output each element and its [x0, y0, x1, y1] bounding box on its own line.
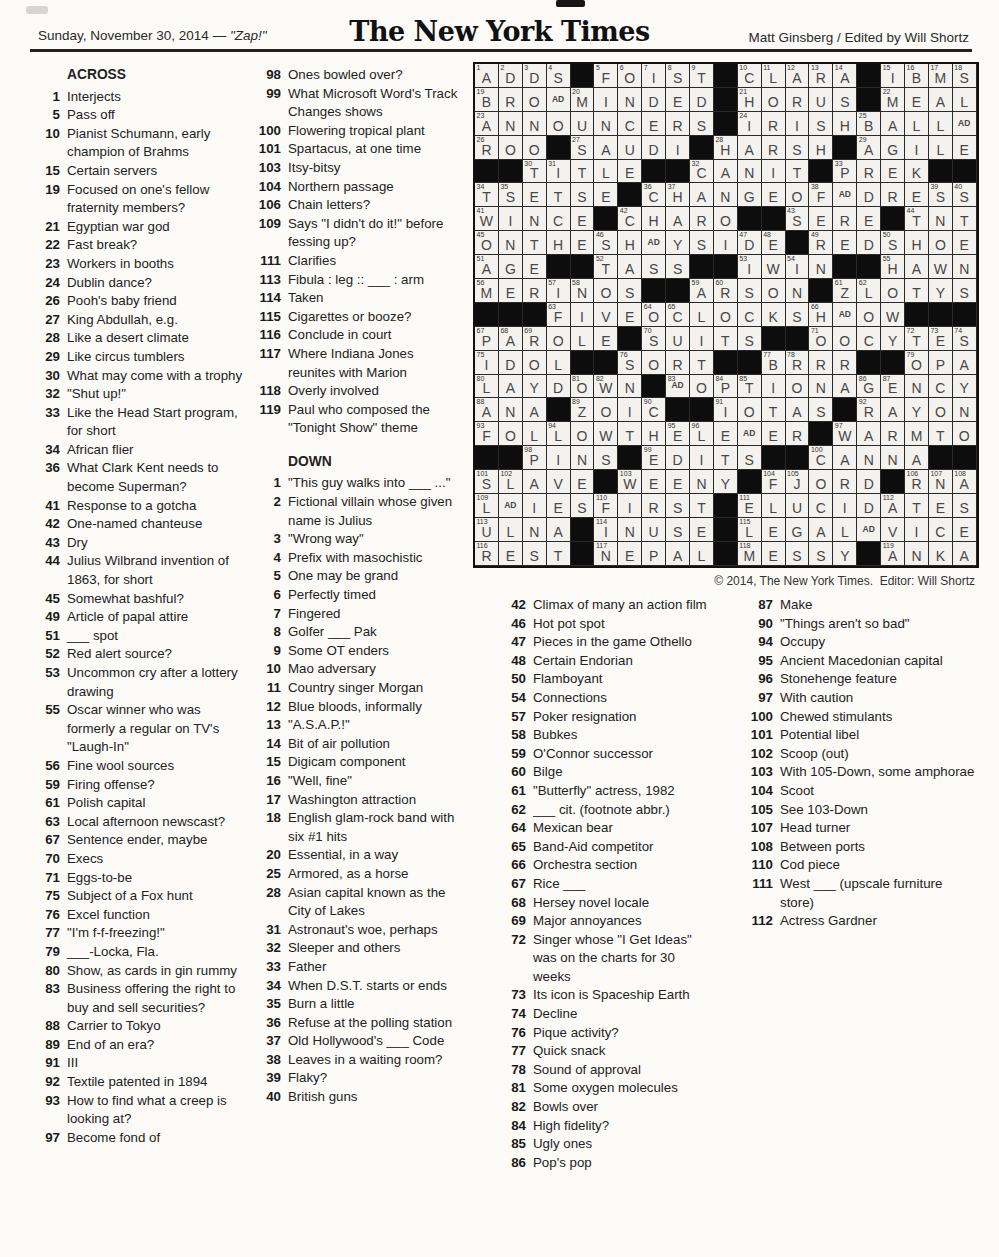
- grid-cell[interactable]: H: [642, 207, 666, 231]
- grid-cell[interactable]: I: [786, 112, 810, 136]
- grid-cell[interactable]: I: [523, 494, 547, 518]
- grid-cell[interactable]: N: [738, 160, 762, 184]
- grid-cell[interactable]: AD: [857, 518, 881, 542]
- grid-cell[interactable]: 110F: [594, 494, 618, 518]
- grid-cell[interactable]: K: [929, 542, 953, 566]
- grid-cell[interactable]: W: [594, 422, 618, 446]
- grid-cell[interactable]: 7I: [642, 64, 666, 88]
- grid-cell[interactable]: 9T: [690, 64, 714, 88]
- grid-cell[interactable]: 99E: [642, 446, 666, 470]
- grid-cell[interactable]: S: [690, 231, 714, 255]
- grid-cell[interactable]: A: [857, 422, 881, 446]
- grid-cell[interactable]: 107N: [929, 470, 953, 494]
- grid-cell[interactable]: E: [762, 518, 786, 542]
- grid-cell[interactable]: 56M: [475, 279, 499, 303]
- grid-cell[interactable]: 21H: [738, 88, 762, 112]
- grid-cell[interactable]: E: [618, 303, 642, 327]
- grid-cell[interactable]: L: [929, 136, 953, 160]
- grid-cell[interactable]: T: [953, 207, 977, 231]
- grid-cell[interactable]: P: [929, 351, 953, 375]
- grid-cell[interactable]: E: [523, 183, 547, 207]
- grid-cell[interactable]: A: [953, 542, 977, 566]
- grid-cell[interactable]: 58N: [571, 279, 595, 303]
- grid-cell[interactable]: I: [762, 375, 786, 399]
- grid-cell[interactable]: S: [738, 279, 762, 303]
- grid-cell[interactable]: Y: [714, 470, 738, 494]
- grid-cell[interactable]: N: [786, 279, 810, 303]
- grid-cell[interactable]: M: [905, 422, 929, 446]
- grid-cell[interactable]: 20M: [571, 88, 595, 112]
- grid-cell[interactable]: 8S: [666, 64, 690, 88]
- grid-cell[interactable]: H: [833, 112, 857, 136]
- grid-cell[interactable]: E: [594, 183, 618, 207]
- grid-cell[interactable]: C: [547, 207, 571, 231]
- grid-cell[interactable]: A: [714, 160, 738, 184]
- grid-cell[interactable]: AD: [833, 183, 857, 207]
- grid-cell[interactable]: 84P: [714, 375, 738, 399]
- grid-cell[interactable]: R: [762, 136, 786, 160]
- grid-cell[interactable]: 53I: [738, 255, 762, 279]
- grid-cell[interactable]: O: [929, 231, 953, 255]
- grid-cell[interactable]: A: [690, 183, 714, 207]
- grid-cell[interactable]: N: [690, 470, 714, 494]
- grid-cell[interactable]: 44T: [905, 207, 929, 231]
- grid-cell[interactable]: N: [499, 112, 523, 136]
- grid-cell[interactable]: 106R: [905, 470, 929, 494]
- grid-cell[interactable]: 103W: [618, 470, 642, 494]
- grid-cell[interactable]: 17M: [929, 64, 953, 88]
- grid-cell[interactable]: Y: [881, 327, 905, 351]
- grid-cell[interactable]: 117N: [594, 542, 618, 566]
- grid-cell[interactable]: G: [881, 136, 905, 160]
- grid-cell[interactable]: I: [905, 136, 929, 160]
- grid-cell[interactable]: H: [809, 136, 833, 160]
- grid-cell[interactable]: N: [905, 375, 929, 399]
- grid-cell[interactable]: T: [547, 542, 571, 566]
- grid-cell[interactable]: E: [929, 494, 953, 518]
- grid-cell[interactable]: O: [523, 136, 547, 160]
- grid-cell[interactable]: D: [857, 231, 881, 255]
- grid-cell[interactable]: 59A: [690, 279, 714, 303]
- grid-cell[interactable]: N: [809, 375, 833, 399]
- grid-cell[interactable]: 41W: [475, 207, 499, 231]
- grid-cell[interactable]: 88A: [475, 398, 499, 422]
- grid-cell[interactable]: Y: [929, 279, 953, 303]
- grid-cell[interactable]: I: [905, 518, 929, 542]
- grid-cell[interactable]: I: [618, 494, 642, 518]
- grid-cell[interactable]: R: [857, 160, 881, 184]
- grid-cell[interactable]: 14A: [833, 64, 857, 88]
- grid-cell[interactable]: G: [499, 255, 523, 279]
- grid-cell[interactable]: N: [523, 207, 547, 231]
- grid-cell[interactable]: 26R: [475, 136, 499, 160]
- grid-cell[interactable]: S: [786, 542, 810, 566]
- grid-cell[interactable]: S: [833, 88, 857, 112]
- grid-cell[interactable]: T: [523, 231, 547, 255]
- grid-cell[interactable]: AD: [738, 422, 762, 446]
- grid-cell[interactable]: 64O: [642, 303, 666, 327]
- grid-cell[interactable]: S: [571, 183, 595, 207]
- grid-cell[interactable]: S: [690, 112, 714, 136]
- grid-cell[interactable]: D: [690, 88, 714, 112]
- grid-cell[interactable]: L: [690, 542, 714, 566]
- grid-cell[interactable]: 54I: [786, 255, 810, 279]
- grid-cell[interactable]: U: [571, 112, 595, 136]
- grid-cell[interactable]: I: [690, 327, 714, 351]
- grid-cell[interactable]: 55H: [881, 255, 905, 279]
- grid-cell[interactable]: I: [714, 231, 738, 255]
- grid-cell[interactable]: O: [929, 398, 953, 422]
- grid-cell[interactable]: E: [905, 88, 929, 112]
- grid-cell[interactable]: I: [833, 494, 857, 518]
- grid-cell[interactable]: N: [618, 518, 642, 542]
- grid-cell[interactable]: 62L: [857, 279, 881, 303]
- grid-cell[interactable]: T: [714, 327, 738, 351]
- grid-cell[interactable]: A: [833, 446, 857, 470]
- grid-cell[interactable]: I: [571, 303, 595, 327]
- grid-cell[interactable]: T: [905, 279, 929, 303]
- grid-cell[interactable]: 52T: [594, 255, 618, 279]
- grid-cell[interactable]: S: [738, 327, 762, 351]
- grid-cell[interactable]: 47D: [738, 231, 762, 255]
- grid-cell[interactable]: E: [571, 231, 595, 255]
- grid-cell[interactable]: O: [833, 327, 857, 351]
- grid-cell[interactable]: T: [786, 160, 810, 184]
- grid-cell[interactable]: D: [666, 446, 690, 470]
- grid-cell[interactable]: A: [499, 375, 523, 399]
- grid-cell[interactable]: C: [618, 112, 642, 136]
- grid-cell[interactable]: L: [953, 88, 977, 112]
- grid-cell[interactable]: A: [881, 398, 905, 422]
- grid-cell[interactable]: AD: [833, 303, 857, 327]
- grid-cell[interactable]: 6O: [618, 64, 642, 88]
- grid-cell[interactable]: H: [618, 231, 642, 255]
- grid-cell[interactable]: 78R: [786, 351, 810, 375]
- grid-cell[interactable]: 66H: [809, 303, 833, 327]
- grid-cell[interactable]: E: [953, 231, 977, 255]
- grid-cell[interactable]: K: [905, 160, 929, 184]
- grid-cell[interactable]: 51A: [475, 255, 499, 279]
- grid-cell[interactable]: V: [594, 303, 618, 327]
- grid-cell[interactable]: I: [594, 88, 618, 112]
- grid-cell[interactable]: S: [571, 494, 595, 518]
- grid-cell[interactable]: S: [809, 542, 833, 566]
- grid-cell[interactable]: 1A: [475, 64, 499, 88]
- grid-cell[interactable]: 73E: [929, 327, 953, 351]
- grid-cell[interactable]: S: [618, 279, 642, 303]
- grid-cell[interactable]: O: [714, 303, 738, 327]
- grid-cell[interactable]: S: [809, 398, 833, 422]
- grid-cell[interactable]: 28H: [714, 136, 738, 160]
- grid-cell[interactable]: A: [905, 446, 929, 470]
- grid-cell[interactable]: L: [929, 112, 953, 136]
- grid-cell[interactable]: 91I: [714, 398, 738, 422]
- grid-cell[interactable]: 57I: [547, 279, 571, 303]
- grid-cell[interactable]: 100C: [809, 446, 833, 470]
- grid-cell[interactable]: O: [594, 398, 618, 422]
- grid-cell[interactable]: T: [762, 398, 786, 422]
- grid-cell[interactable]: 72T: [905, 327, 929, 351]
- grid-cell[interactable]: O: [714, 207, 738, 231]
- grid-cell[interactable]: AD: [642, 231, 666, 255]
- grid-cell[interactable]: A: [833, 375, 857, 399]
- grid-cell[interactable]: N: [618, 88, 642, 112]
- grid-cell[interactable]: V: [547, 470, 571, 494]
- grid-cell[interactable]: 111E: [738, 494, 762, 518]
- grid-cell[interactable]: R: [881, 183, 905, 207]
- grid-cell[interactable]: S: [666, 255, 690, 279]
- grid-cell[interactable]: H: [642, 422, 666, 446]
- grid-cell[interactable]: T: [618, 422, 642, 446]
- grid-cell[interactable]: P: [642, 542, 666, 566]
- grid-cell[interactable]: E: [594, 327, 618, 351]
- grid-cell[interactable]: Y: [953, 375, 977, 399]
- grid-cell[interactable]: W: [929, 255, 953, 279]
- grid-cell[interactable]: 60R: [714, 279, 738, 303]
- grid-cell[interactable]: C: [929, 518, 953, 542]
- grid-cell[interactable]: N: [523, 112, 547, 136]
- grid-cell[interactable]: 43S: [786, 207, 810, 231]
- grid-cell[interactable]: S: [786, 303, 810, 327]
- grid-cell[interactable]: 68A: [499, 327, 523, 351]
- grid-cell[interactable]: R: [762, 112, 786, 136]
- grid-cell[interactable]: 116R: [475, 542, 499, 566]
- grid-cell[interactable]: L: [499, 518, 523, 542]
- grid-cell[interactable]: 46S: [594, 231, 618, 255]
- grid-cell[interactable]: 93F: [475, 422, 499, 446]
- grid-cell[interactable]: C: [809, 494, 833, 518]
- grid-cell[interactable]: 12A: [786, 64, 810, 88]
- grid-cell[interactable]: E: [571, 470, 595, 494]
- grid-cell[interactable]: E: [571, 207, 595, 231]
- grid-cell[interactable]: E: [762, 183, 786, 207]
- grid-cell[interactable]: 4S: [547, 64, 571, 88]
- grid-cell[interactable]: 90C: [642, 398, 666, 422]
- grid-cell[interactable]: N: [594, 112, 618, 136]
- grid-cell[interactable]: O: [738, 398, 762, 422]
- grid-cell[interactable]: 87E: [881, 375, 905, 399]
- grid-cell[interactable]: R: [523, 279, 547, 303]
- grid-cell[interactable]: E: [762, 542, 786, 566]
- grid-cell[interactable]: K: [762, 303, 786, 327]
- grid-cell[interactable]: N: [523, 518, 547, 542]
- grid-cell[interactable]: E: [833, 231, 857, 255]
- grid-cell[interactable]: 31I: [547, 160, 571, 184]
- grid-cell[interactable]: A: [523, 470, 547, 494]
- grid-cell[interactable]: 82W: [594, 375, 618, 399]
- grid-cell[interactable]: A: [666, 207, 690, 231]
- grid-cell[interactable]: U: [666, 327, 690, 351]
- grid-cell[interactable]: 94L: [547, 422, 571, 446]
- grid-cell[interactable]: L: [523, 422, 547, 446]
- grid-cell[interactable]: 71O: [809, 327, 833, 351]
- grid-cell[interactable]: 42C: [618, 207, 642, 231]
- grid-cell[interactable]: E: [523, 255, 547, 279]
- grid-cell[interactable]: O: [857, 303, 881, 327]
- grid-cell[interactable]: 48E: [762, 231, 786, 255]
- grid-cell[interactable]: S: [738, 446, 762, 470]
- grid-cell[interactable]: O: [762, 88, 786, 112]
- grid-cell[interactable]: E: [762, 422, 786, 446]
- grid-cell[interactable]: S: [523, 542, 547, 566]
- grid-cell[interactable]: U: [809, 88, 833, 112]
- grid-cell[interactable]: 22M: [881, 88, 905, 112]
- grid-cell[interactable]: 96L: [690, 422, 714, 446]
- grid-cell[interactable]: E: [499, 279, 523, 303]
- grid-cell[interactable]: T: [690, 494, 714, 518]
- grid-cell[interactable]: E: [905, 183, 929, 207]
- grid-cell[interactable]: I: [547, 446, 571, 470]
- grid-cell[interactable]: O: [523, 88, 547, 112]
- grid-cell[interactable]: E: [642, 112, 666, 136]
- grid-cell[interactable]: R: [666, 112, 690, 136]
- grid-cell[interactable]: N: [857, 446, 881, 470]
- grid-cell[interactable]: L: [594, 160, 618, 184]
- grid-cell[interactable]: E: [953, 136, 977, 160]
- grid-cell[interactable]: C: [929, 375, 953, 399]
- grid-cell[interactable]: O: [953, 422, 977, 446]
- grid-cell[interactable]: A: [666, 542, 690, 566]
- grid-cell[interactable]: 50S: [881, 231, 905, 255]
- grid-cell[interactable]: A: [547, 518, 571, 542]
- grid-cell[interactable]: 70S: [642, 327, 666, 351]
- grid-cell[interactable]: 86G: [857, 375, 881, 399]
- grid-cell[interactable]: 11L: [762, 64, 786, 88]
- grid-cell[interactable]: O: [786, 183, 810, 207]
- grid-cell[interactable]: A: [738, 136, 762, 160]
- grid-cell[interactable]: 13R: [809, 64, 833, 88]
- grid-cell[interactable]: 34T: [475, 183, 499, 207]
- grid-cell[interactable]: R: [786, 88, 810, 112]
- grid-cell[interactable]: G: [738, 183, 762, 207]
- grid-cell[interactable]: I: [618, 398, 642, 422]
- grid-cell[interactable]: 27S: [571, 136, 595, 160]
- grid-cell[interactable]: R: [666, 351, 690, 375]
- grid-cell[interactable]: 101S: [475, 470, 499, 494]
- grid-cell[interactable]: 32C: [690, 160, 714, 184]
- grid-cell[interactable]: O: [571, 422, 595, 446]
- grid-cell[interactable]: 16B: [905, 64, 929, 88]
- grid-cell[interactable]: N: [809, 255, 833, 279]
- grid-cell[interactable]: 83AD: [666, 375, 690, 399]
- grid-cell[interactable]: R: [833, 351, 857, 375]
- grid-cell[interactable]: N: [571, 446, 595, 470]
- grid-cell[interactable]: 105J: [786, 470, 810, 494]
- grid-cell[interactable]: T: [714, 446, 738, 470]
- grid-cell[interactable]: D: [547, 375, 571, 399]
- grid-cell[interactable]: D: [857, 183, 881, 207]
- grid-cell[interactable]: O: [547, 327, 571, 351]
- grid-cell[interactable]: R: [881, 422, 905, 446]
- grid-cell[interactable]: 25B: [857, 112, 881, 136]
- grid-cell[interactable]: O: [499, 136, 523, 160]
- grid-cell[interactable]: 67P: [475, 327, 499, 351]
- grid-cell[interactable]: H: [547, 231, 571, 255]
- grid-cell[interactable]: I: [666, 136, 690, 160]
- grid-cell[interactable]: 23A: [475, 112, 499, 136]
- grid-cell[interactable]: A: [523, 398, 547, 422]
- grid-cell[interactable]: 38F: [809, 183, 833, 207]
- grid-cell[interactable]: L: [547, 351, 571, 375]
- grid-cell[interactable]: A: [786, 398, 810, 422]
- grid-cell[interactable]: 24I: [738, 112, 762, 136]
- grid-cell[interactable]: 37H: [666, 183, 690, 207]
- grid-cell[interactable]: L: [762, 494, 786, 518]
- grid-cell[interactable]: C: [857, 327, 881, 351]
- grid-cell[interactable]: N: [714, 183, 738, 207]
- grid-cell[interactable]: I: [690, 446, 714, 470]
- grid-cell[interactable]: L: [571, 327, 595, 351]
- grid-cell[interactable]: O: [499, 422, 523, 446]
- grid-cell[interactable]: 61Z: [833, 279, 857, 303]
- grid-cell[interactable]: 97W: [833, 422, 857, 446]
- grid-cell[interactable]: S: [953, 279, 977, 303]
- grid-cell[interactable]: R: [642, 494, 666, 518]
- grid-cell[interactable]: O: [881, 279, 905, 303]
- grid-cell[interactable]: 3D: [523, 64, 547, 88]
- grid-cell[interactable]: E: [618, 160, 642, 184]
- grid-cell[interactable]: E: [547, 494, 571, 518]
- grid-cell[interactable]: C: [738, 303, 762, 327]
- grid-cell[interactable]: 19B: [475, 88, 499, 112]
- grid-cell[interactable]: E: [666, 470, 690, 494]
- grid-cell[interactable]: 5F: [594, 64, 618, 88]
- grid-cell[interactable]: I: [499, 207, 523, 231]
- grid-cell[interactable]: Y: [833, 542, 857, 566]
- grid-cell[interactable]: 15I: [881, 64, 905, 88]
- grid-cell[interactable]: 98P: [523, 446, 547, 470]
- grid-cell[interactable]: Y: [523, 375, 547, 399]
- grid-cell[interactable]: S: [594, 446, 618, 470]
- grid-cell[interactable]: E: [809, 207, 833, 231]
- grid-cell[interactable]: L: [833, 518, 857, 542]
- grid-cell[interactable]: O: [690, 375, 714, 399]
- grid-cell[interactable]: S: [666, 494, 690, 518]
- grid-cell[interactable]: 113U: [475, 518, 499, 542]
- grid-cell[interactable]: E: [666, 88, 690, 112]
- grid-cell[interactable]: 112A: [881, 494, 905, 518]
- grid-cell[interactable]: 79O: [905, 351, 929, 375]
- grid-cell[interactable]: 108A: [953, 470, 977, 494]
- grid-cell[interactable]: S: [786, 136, 810, 160]
- grid-cell[interactable]: E: [953, 518, 977, 542]
- grid-cell[interactable]: 109L: [475, 494, 499, 518]
- grid-cell[interactable]: A: [881, 112, 905, 136]
- grid-cell[interactable]: E: [857, 207, 881, 231]
- grid-cell[interactable]: L: [690, 303, 714, 327]
- grid-cell[interactable]: 76S: [618, 351, 642, 375]
- grid-cell[interactable]: E: [881, 160, 905, 184]
- grid-cell[interactable]: R: [499, 88, 523, 112]
- grid-cell[interactable]: N: [499, 231, 523, 255]
- grid-cell[interactable]: 39S: [929, 183, 953, 207]
- grid-cell[interactable]: 18S: [953, 64, 977, 88]
- grid-cell[interactable]: O: [809, 470, 833, 494]
- grid-cell[interactable]: W: [881, 303, 905, 327]
- grid-cell[interactable]: N: [499, 398, 523, 422]
- grid-cell[interactable]: 92R: [857, 398, 881, 422]
- grid-cell[interactable]: Y: [666, 231, 690, 255]
- grid-cell[interactable]: O: [642, 351, 666, 375]
- grid-cell[interactable]: E: [642, 470, 666, 494]
- grid-cell[interactable]: 45O: [475, 231, 499, 255]
- grid-cell[interactable]: I: [762, 160, 786, 184]
- grid-cell[interactable]: 75I: [475, 351, 499, 375]
- grid-cell[interactable]: D: [499, 351, 523, 375]
- grid-cell[interactable]: O: [786, 375, 810, 399]
- grid-cell[interactable]: T: [547, 183, 571, 207]
- grid-cell[interactable]: A: [905, 255, 929, 279]
